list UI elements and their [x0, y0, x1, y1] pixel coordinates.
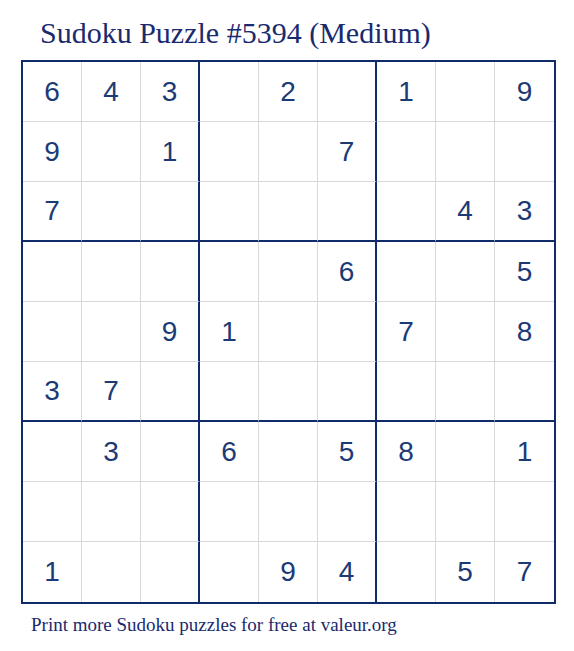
footer-credit: Print more Sudoku puzzles for free at va…: [31, 614, 397, 636]
cell-r7c7: 8: [377, 422, 436, 482]
cell-r5c9: 8: [495, 302, 554, 362]
cell-r3c1: 7: [23, 182, 82, 242]
cell-r5c5: [259, 302, 318, 362]
cell-r7c4: 6: [200, 422, 259, 482]
cell-r8c6: [318, 482, 377, 542]
cell-r4c7: [377, 242, 436, 302]
cell-r4c9: 5: [495, 242, 554, 302]
cell-r1c6: [318, 62, 377, 122]
cell-r3c6: [318, 182, 377, 242]
cell-r7c9: 1: [495, 422, 554, 482]
cell-r2c4: [200, 122, 259, 182]
cell-r4c8: [436, 242, 495, 302]
cell-r9c5: 9: [259, 542, 318, 602]
cell-r4c4: [200, 242, 259, 302]
cell-r4c1: [23, 242, 82, 302]
cell-r9c1: 1: [23, 542, 82, 602]
cell-r5c7: 7: [377, 302, 436, 362]
cell-r8c8: [436, 482, 495, 542]
cell-r2c5: [259, 122, 318, 182]
cell-r1c8: [436, 62, 495, 122]
cell-r8c1: [23, 482, 82, 542]
cell-r9c4: [200, 542, 259, 602]
cell-r2c1: 9: [23, 122, 82, 182]
cell-r4c6: 6: [318, 242, 377, 302]
cell-r5c8: [436, 302, 495, 362]
cell-r9c9: 7: [495, 542, 554, 602]
cell-r7c6: 5: [318, 422, 377, 482]
cell-r6c3: [141, 362, 200, 422]
cell-r3c5: [259, 182, 318, 242]
cell-r8c9: [495, 482, 554, 542]
cell-r2c7: [377, 122, 436, 182]
cell-r9c8: 5: [436, 542, 495, 602]
cell-r5c2: [82, 302, 141, 362]
cell-r4c2: [82, 242, 141, 302]
cell-r8c4: [200, 482, 259, 542]
cell-r4c3: [141, 242, 200, 302]
cell-r7c5: [259, 422, 318, 482]
cell-r8c5: [259, 482, 318, 542]
cell-r6c9: [495, 362, 554, 422]
cell-r1c1: 6: [23, 62, 82, 122]
cell-r3c4: [200, 182, 259, 242]
cell-r9c7: [377, 542, 436, 602]
cell-r3c7: [377, 182, 436, 242]
cell-r5c3: 9: [141, 302, 200, 362]
cell-r7c2: 3: [82, 422, 141, 482]
cell-r3c9: 3: [495, 182, 554, 242]
cell-r2c2: [82, 122, 141, 182]
cell-r5c4: 1: [200, 302, 259, 362]
cell-r6c8: [436, 362, 495, 422]
cell-r6c1: 3: [23, 362, 82, 422]
page-title: Sudoku Puzzle #5394 (Medium): [40, 15, 431, 51]
cell-r6c4: [200, 362, 259, 422]
cell-r8c3: [141, 482, 200, 542]
cell-r8c7: [377, 482, 436, 542]
cell-r3c8: 4: [436, 182, 495, 242]
cell-r9c6: 4: [318, 542, 377, 602]
sudoku-board: 643219917743659178373658119457: [21, 60, 556, 604]
cell-r1c5: 2: [259, 62, 318, 122]
cell-r6c2: 7: [82, 362, 141, 422]
cell-r9c3: [141, 542, 200, 602]
cell-r1c9: 9: [495, 62, 554, 122]
cell-r2c9: [495, 122, 554, 182]
cell-r9c2: [82, 542, 141, 602]
cell-r3c2: [82, 182, 141, 242]
cell-r1c7: 1: [377, 62, 436, 122]
cell-r4c5: [259, 242, 318, 302]
cell-r5c6: [318, 302, 377, 362]
cell-r5c1: [23, 302, 82, 362]
cell-r7c3: [141, 422, 200, 482]
cell-r6c5: [259, 362, 318, 422]
cell-r8c2: [82, 482, 141, 542]
cell-r2c3: 1: [141, 122, 200, 182]
cell-r6c7: [377, 362, 436, 422]
cell-r1c4: [200, 62, 259, 122]
cell-r7c8: [436, 422, 495, 482]
cell-r3c3: [141, 182, 200, 242]
cell-r2c8: [436, 122, 495, 182]
cell-r1c2: 4: [82, 62, 141, 122]
cell-r6c6: [318, 362, 377, 422]
cell-r1c3: 3: [141, 62, 200, 122]
cell-r7c1: [23, 422, 82, 482]
cell-r2c6: 7: [318, 122, 377, 182]
